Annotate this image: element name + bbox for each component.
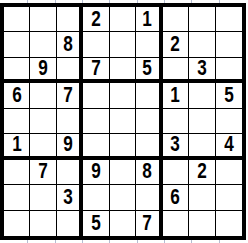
cell-r4c6[interactable] <box>136 83 162 108</box>
cell-r2c9[interactable] <box>216 32 242 57</box>
given-digit: 7 <box>91 58 101 80</box>
cell-r5c1[interactable] <box>4 109 30 134</box>
cell-r1c7[interactable] <box>163 7 189 32</box>
cell-r3c8: 3 <box>189 58 215 83</box>
cell-r3c1[interactable] <box>4 58 30 83</box>
cell-r8c2[interactable] <box>30 185 56 210</box>
cell-r9c5[interactable] <box>110 211 136 236</box>
given-digit: 5 <box>224 84 234 107</box>
cell-r2c8[interactable] <box>189 32 215 57</box>
cell-r4c3: 7 <box>57 83 83 108</box>
given-digit: 3 <box>197 58 207 80</box>
cell-r7c5[interactable] <box>110 160 136 185</box>
spreadsheet-gridline-tick <box>109 0 110 3</box>
cell-r1c1[interactable] <box>4 7 30 32</box>
spreadsheet-gridline-tick <box>82 0 83 3</box>
cell-r6c7: 3 <box>163 134 189 159</box>
cell-r1c2[interactable] <box>30 7 56 32</box>
cell-r8c8[interactable] <box>189 185 215 210</box>
cell-r1c3[interactable] <box>57 7 83 32</box>
cell-r9c7[interactable] <box>163 211 189 236</box>
cell-r7c6: 8 <box>136 160 162 185</box>
cell-r3c2: 9 <box>30 58 56 83</box>
cell-r5c7[interactable] <box>163 109 189 134</box>
cell-r7c9[interactable] <box>216 160 242 185</box>
cell-r5c6[interactable] <box>136 109 162 134</box>
cell-r2c3: 8 <box>57 32 83 57</box>
cell-r5c3[interactable] <box>57 109 83 134</box>
cell-r7c2: 7 <box>30 160 56 185</box>
cell-r3c6: 5 <box>136 58 162 83</box>
cell-r6c9: 4 <box>216 134 242 159</box>
given-digit: 3 <box>63 186 73 209</box>
cell-r2c1[interactable] <box>4 32 30 57</box>
cell-r6c6[interactable] <box>136 134 162 159</box>
given-digit: 9 <box>63 134 73 156</box>
cell-r9c1[interactable] <box>4 211 30 236</box>
cell-r8c4[interactable] <box>83 185 109 210</box>
cell-r5c9[interactable] <box>216 109 242 134</box>
given-digit: 1 <box>12 134 22 156</box>
cell-r3c5[interactable] <box>110 58 136 83</box>
given-digit: 6 <box>171 186 181 209</box>
cell-r8c9[interactable] <box>216 185 242 210</box>
cell-r1c9[interactable] <box>216 7 242 32</box>
cell-r7c3[interactable] <box>57 160 83 185</box>
cell-r7c4: 9 <box>83 160 109 185</box>
spreadsheet-gridline-tick <box>27 0 28 3</box>
cell-r2c5[interactable] <box>110 32 136 57</box>
cell-r4c5[interactable] <box>110 83 136 108</box>
given-digit: 3 <box>171 134 181 156</box>
cell-r3c9[interactable] <box>216 58 242 83</box>
given-digit: 8 <box>143 160 153 183</box>
cell-r4c2[interactable] <box>30 83 56 108</box>
given-digit: 9 <box>91 160 101 183</box>
cell-r7c1[interactable] <box>4 160 30 185</box>
cell-r9c3[interactable] <box>57 211 83 236</box>
given-digit: 1 <box>171 84 181 107</box>
cell-r2c7: 2 <box>163 32 189 57</box>
cell-r8c6[interactable] <box>136 185 162 210</box>
cell-r5c8[interactable] <box>189 109 215 134</box>
cell-r1c8[interactable] <box>189 7 215 32</box>
cell-r2c6[interactable] <box>136 32 162 57</box>
cell-r9c9[interactable] <box>216 211 242 236</box>
cell-r4c1: 6 <box>4 83 30 108</box>
spreadsheet-gridline-tick <box>55 0 56 3</box>
cell-r4c7: 1 <box>163 83 189 108</box>
cell-r3c3[interactable] <box>57 58 83 83</box>
cell-r8c3: 3 <box>57 185 83 210</box>
cell-r3c7[interactable] <box>163 58 189 83</box>
spreadsheet-gridline-tick <box>137 0 138 3</box>
cell-r5c5[interactable] <box>110 109 136 134</box>
cell-r9c4: 5 <box>83 211 109 236</box>
given-digit: 1 <box>143 8 153 31</box>
cell-r5c2[interactable] <box>30 109 56 134</box>
cell-r3c4: 7 <box>83 58 109 83</box>
spreadsheet-gridline-tick <box>164 0 165 3</box>
given-digit: 5 <box>143 58 153 80</box>
given-digit: 8 <box>63 33 73 56</box>
cell-r6c4[interactable] <box>83 134 109 159</box>
given-digit: 2 <box>197 160 207 183</box>
given-digit: 4 <box>224 134 234 156</box>
given-digit: 6 <box>12 84 22 107</box>
cell-r4c8[interactable] <box>189 83 215 108</box>
cell-r6c3: 9 <box>57 134 83 159</box>
given-digit: 7 <box>38 160 48 183</box>
spreadsheet-gridline-tick <box>219 0 220 3</box>
cell-r8c5[interactable] <box>110 185 136 210</box>
cell-r7c7[interactable] <box>163 160 189 185</box>
given-digit: 7 <box>63 84 73 107</box>
cell-r2c2[interactable] <box>30 32 56 57</box>
cell-r6c8[interactable] <box>189 134 215 159</box>
given-digit: 2 <box>171 33 181 56</box>
cell-r8c1[interactable] <box>4 185 30 210</box>
cell-r4c9: 5 <box>216 83 242 108</box>
cell-r1c4: 2 <box>83 7 109 32</box>
cell-r7c8: 2 <box>189 160 215 185</box>
cell-r1c5[interactable] <box>110 7 136 32</box>
cell-r6c1: 1 <box>4 134 30 159</box>
given-digit: 9 <box>38 58 48 80</box>
sudoku-board: 218297536715193479823657 <box>0 3 246 240</box>
given-digit: 7 <box>143 212 153 235</box>
cell-r4c4[interactable] <box>83 83 109 108</box>
cell-r9c2[interactable] <box>30 211 56 236</box>
cell-r5c4[interactable] <box>83 109 109 134</box>
sudoku-puzzle-image: 218297536715193479823657 <box>0 0 248 243</box>
given-digit: 2 <box>91 8 101 31</box>
cell-r6c2[interactable] <box>30 134 56 159</box>
cell-r8c7: 6 <box>163 185 189 210</box>
spreadsheet-gridline-tick <box>191 0 192 3</box>
cell-r6c5[interactable] <box>110 134 136 159</box>
cell-r9c8[interactable] <box>189 211 215 236</box>
cell-r1c6: 1 <box>136 7 162 32</box>
given-digit: 5 <box>91 212 101 235</box>
cell-r9c6: 7 <box>136 211 162 236</box>
cell-r2c4[interactable] <box>83 32 109 57</box>
